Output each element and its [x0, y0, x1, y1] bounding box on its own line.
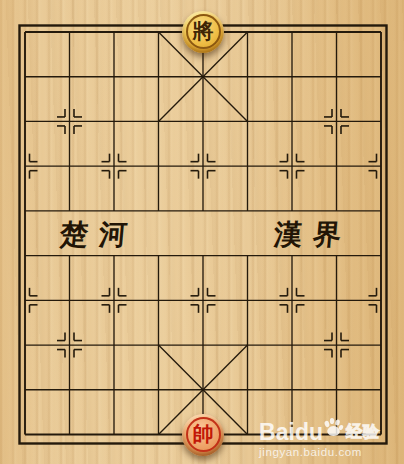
black-general-glyph: 將 — [193, 20, 214, 41]
black-general-piece[interactable]: 將 — [182, 11, 224, 53]
watermark-url: jingyan.baidu.com — [259, 446, 380, 458]
board-grid[interactable]: 將帥 — [3, 10, 404, 457]
red-general-piece[interactable]: 帥 — [182, 414, 224, 456]
black-general-cell: 將 — [181, 10, 226, 55]
xiangqi-board-screenshot: 楚河 漢界 將帥 Baidu 经验 jingyan.baidu.com — [0, 0, 404, 464]
red-general-glyph: 帥 — [193, 423, 214, 444]
red-general-face: 帥 — [186, 417, 221, 452]
red-general-cell: 帥 — [181, 412, 226, 457]
black-general-face: 將 — [186, 14, 221, 49]
watermark-suffix: 经验 — [346, 422, 380, 443]
watermark: Baidu 经验 jingyan.baidu.com — [259, 419, 380, 458]
baidu-paw-icon — [321, 415, 345, 443]
watermark-brand: Baidu — [259, 419, 323, 446]
